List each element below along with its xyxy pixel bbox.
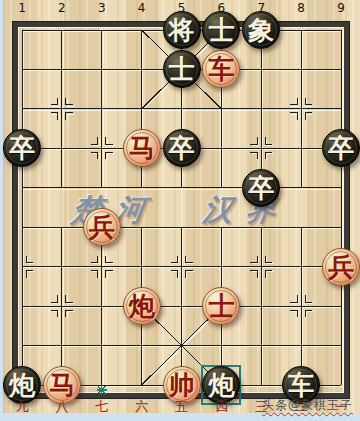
- piece-red-horse[interactable]: 马: [123, 129, 161, 167]
- file-label-bottom-3: 七: [91, 398, 113, 416]
- file-label-bottom-4: 六: [131, 398, 153, 416]
- file-label-top-2: 2: [52, 1, 72, 15]
- piece-black-soldier[interactable]: 卒: [242, 169, 280, 207]
- file-label-top-1: 1: [12, 1, 32, 15]
- piece-red-cannon[interactable]: 炮: [123, 287, 161, 325]
- file-label-top-5: 5: [172, 1, 192, 15]
- file-label-top-7: 7: [251, 1, 271, 15]
- file-label-bottom-1: 九: [11, 398, 33, 416]
- piece-red-soldier[interactable]: 兵: [322, 248, 360, 286]
- file-label-top-8: 8: [291, 1, 311, 15]
- piece-black-general[interactable]: 将: [163, 11, 201, 49]
- xiangqi-app-window: 楚河 汉界 123456789 将士象士车卒马卒卒卒兵兵炮士炮马帅炮车 九八七六…: [0, 0, 360, 421]
- piece-red-soldier[interactable]: 兵: [83, 208, 121, 246]
- file-label-top-4: 4: [132, 1, 152, 15]
- piece-black-advisor[interactable]: 士: [163, 50, 201, 88]
- last-move-origin-marker: [97, 385, 108, 395]
- file-label-bottom-6: 四: [210, 398, 232, 416]
- file-label-bottom-2: 八: [51, 398, 73, 416]
- file-label-top-6: 6: [211, 1, 231, 15]
- piece-black-soldier[interactable]: 卒: [163, 129, 201, 167]
- watermark: 头条@象棋王子: [262, 397, 353, 414]
- file-label-bottom-5: 五: [171, 398, 193, 416]
- file-label-top-9: 9: [331, 1, 351, 15]
- piece-black-elephant[interactable]: 象: [242, 11, 280, 49]
- file-label-top-3: 3: [92, 1, 112, 15]
